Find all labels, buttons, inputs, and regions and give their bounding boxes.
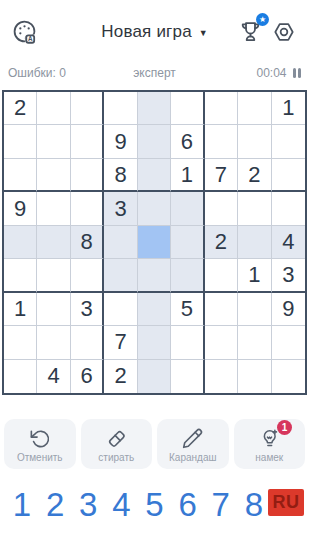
cell-r1c7[interactable]	[205, 92, 238, 125]
cell-r5c9[interactable]: 4	[272, 226, 305, 259]
numpad-key-3[interactable]: 3	[75, 485, 101, 525]
erase-label: стирать	[98, 452, 134, 463]
numpad: 1 2 3 4 5 6 7 8 9	[0, 485, 309, 525]
cell-r1c9[interactable]: 1	[272, 92, 305, 125]
pencil-label: Карандаш	[169, 452, 216, 463]
cell-r3c5[interactable]	[138, 159, 171, 192]
undo-button[interactable]: Отменить	[4, 419, 76, 469]
numpad-key-5[interactable]: 5	[142, 485, 168, 525]
numpad-key-7[interactable]: 7	[208, 485, 234, 525]
cell-r2c7[interactable]	[205, 125, 238, 158]
gear-icon	[271, 19, 297, 45]
undo-icon	[28, 427, 51, 450]
cell-r7c7[interactable]	[205, 293, 238, 326]
cell-r1c8[interactable]	[238, 92, 271, 125]
cell-r9c3[interactable]: 6	[71, 360, 104, 393]
cell-r9c4[interactable]: 2	[104, 360, 137, 393]
ru-watermark: RU	[268, 489, 304, 516]
page-title: Новая игра	[101, 22, 192, 42]
numpad-key-4[interactable]: 4	[108, 485, 134, 525]
cell-r1c3[interactable]	[71, 92, 104, 125]
cell-r5c7[interactable]: 2	[205, 226, 238, 259]
numpad-key-8[interactable]: 8	[241, 485, 267, 525]
numpad-key-2[interactable]: 2	[42, 485, 68, 525]
cell-r7c3[interactable]: 3	[71, 293, 104, 326]
cell-r2c2[interactable]	[37, 125, 70, 158]
cell-r7c2[interactable]	[37, 293, 70, 326]
pause-button[interactable]	[293, 68, 302, 78]
cell-r1c1[interactable]: 2	[4, 92, 37, 125]
sudoku-app: A Новая игра ▼ ★	[0, 0, 309, 550]
cell-r8c1[interactable]	[4, 326, 37, 359]
undo-label: Отменить	[17, 452, 63, 463]
pencil-button[interactable]: Карандаш	[157, 419, 229, 469]
cell-r2c5[interactable]	[138, 125, 171, 158]
cell-r2c9[interactable]	[272, 125, 305, 158]
cell-r3c8[interactable]: 2	[238, 159, 271, 192]
cell-r4c5[interactable]	[138, 192, 171, 225]
hint-label: намек	[255, 452, 283, 463]
cell-r5c8[interactable]	[238, 226, 271, 259]
cell-r1c4[interactable]	[104, 92, 137, 125]
cell-r4c7[interactable]	[205, 192, 238, 225]
new-game-dropdown[interactable]: Новая игра ▼	[101, 22, 207, 42]
cell-r7c5[interactable]	[138, 293, 171, 326]
cell-r2c1[interactable]	[4, 125, 37, 158]
sudoku-board: 21968172938241313597462	[2, 90, 307, 395]
erase-button[interactable]: стирать	[81, 419, 153, 469]
cell-r9c6[interactable]	[171, 360, 204, 393]
cell-r4c4[interactable]: 3	[104, 192, 137, 225]
cell-r1c6[interactable]	[171, 92, 204, 125]
cell-r5c4[interactable]	[104, 226, 137, 259]
status-bar: Ошибки: 0 эксперт 00:04	[8, 63, 301, 83]
cell-r6c9[interactable]: 3	[272, 259, 305, 292]
cell-r6c5[interactable]	[138, 259, 171, 292]
cell-r7c8[interactable]	[238, 293, 271, 326]
cell-r1c5[interactable]	[138, 92, 171, 125]
cell-r3c1[interactable]	[4, 159, 37, 192]
cell-r4c6[interactable]	[171, 192, 204, 225]
hint-count-badge: 1	[277, 420, 292, 435]
settings-button[interactable]	[271, 19, 297, 45]
cell-r4c2[interactable]	[37, 192, 70, 225]
cell-r6c6[interactable]	[171, 259, 204, 292]
pencil-icon	[181, 427, 204, 450]
cell-r6c2[interactable]	[37, 259, 70, 292]
cell-r8c6[interactable]	[171, 326, 204, 359]
trophy-badge: ★	[256, 13, 269, 26]
cell-r4c1[interactable]: 9	[4, 192, 37, 225]
cell-r2c8[interactable]	[238, 125, 271, 158]
cell-r8c5[interactable]	[138, 326, 171, 359]
difficulty-label: эксперт	[106, 66, 204, 80]
cell-r9c7[interactable]	[205, 360, 238, 393]
cell-r7c9[interactable]: 9	[272, 293, 305, 326]
cell-r3c4[interactable]: 8	[104, 159, 137, 192]
cell-r5c5[interactable]	[138, 226, 171, 259]
cell-r7c4[interactable]	[104, 293, 137, 326]
cell-r3c9[interactable]	[272, 159, 305, 192]
cell-r2c4[interactable]: 9	[104, 125, 137, 158]
cell-r8c3[interactable]	[71, 326, 104, 359]
cell-r8c7[interactable]	[205, 326, 238, 359]
cell-r4c8[interactable]	[238, 192, 271, 225]
cell-r9c2[interactable]: 4	[37, 360, 70, 393]
cell-r5c2[interactable]	[37, 226, 70, 259]
cell-r1c2[interactable]	[37, 92, 70, 125]
cell-r3c6[interactable]: 1	[171, 159, 204, 192]
cell-r5c3[interactable]: 8	[71, 226, 104, 259]
cell-r8c4[interactable]: 7	[104, 326, 137, 359]
cell-r9c9[interactable]	[272, 360, 305, 393]
timer-label: 00:04	[256, 66, 286, 80]
top-bar: A Новая игра ▼ ★	[0, 0, 309, 58]
mistakes-label: Ошибки: 0	[8, 66, 106, 80]
cell-r8c2[interactable]	[37, 326, 70, 359]
cell-r4c3[interactable]	[71, 192, 104, 225]
cell-r3c7[interactable]: 7	[205, 159, 238, 192]
pause-icon	[293, 68, 296, 78]
numpad-key-6[interactable]: 6	[175, 485, 201, 525]
cell-r9c8[interactable]	[238, 360, 271, 393]
cell-r5c1[interactable]	[4, 226, 37, 259]
cell-r4c9[interactable]	[272, 192, 305, 225]
trophy-button[interactable]: ★	[237, 18, 264, 45]
numpad-key-1[interactable]: 1	[9, 485, 35, 525]
cell-r7c6[interactable]: 5	[171, 293, 204, 326]
cell-r6c8[interactable]: 1	[238, 259, 271, 292]
cell-r3c2[interactable]	[37, 159, 70, 192]
cell-r6c1[interactable]	[4, 259, 37, 292]
cell-r2c6[interactable]: 6	[171, 125, 204, 158]
cell-r5c6[interactable]	[171, 226, 204, 259]
chevron-down-icon: ▼	[199, 28, 208, 38]
cell-r8c8[interactable]	[238, 326, 271, 359]
cell-r9c5[interactable]	[138, 360, 171, 393]
cell-r3c3[interactable]	[71, 159, 104, 192]
hint-button[interactable]: намек 1	[234, 419, 306, 469]
cell-r6c3[interactable]	[71, 259, 104, 292]
cell-r6c4[interactable]	[104, 259, 137, 292]
cell-r2c3[interactable]	[71, 125, 104, 158]
cell-r8c9[interactable]	[272, 326, 305, 359]
cell-r6c7[interactable]	[205, 259, 238, 292]
toolbar: Отменить стирать Карандаш	[4, 419, 305, 469]
eraser-icon	[105, 427, 128, 450]
cell-r9c1[interactable]	[4, 360, 37, 393]
cell-r7c1[interactable]: 1	[4, 293, 37, 326]
